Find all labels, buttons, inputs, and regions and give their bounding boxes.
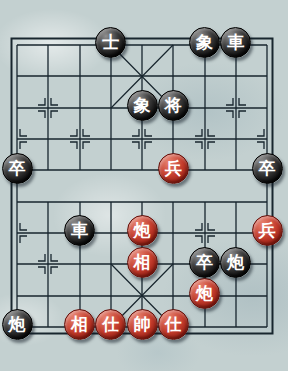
piece-red-advisor[interactable]: 仕 [158,309,189,340]
piece-black-general[interactable]: 将 [158,90,189,121]
piece-red-advisor[interactable]: 仕 [95,309,126,340]
board-point-2-9: 相 [64,311,95,342]
board-point-6-0: 象 [189,29,220,60]
piece-layer: 士象車象将卒兵卒車炮兵相卒炮炮炮相仕帥仕 [1,29,282,342]
piece-black-cannon[interactable]: 炮 [220,247,251,278]
piece-red-soldier[interactable]: 兵 [252,215,283,246]
board-point-0-4: 卒 [1,155,32,186]
board-point-5-9: 仕 [158,311,189,342]
board-point-6-7: 卒 [189,249,220,280]
board-point-3-9: 仕 [95,311,126,342]
board-point-4-9: 帥 [126,311,157,342]
piece-red-general[interactable]: 帥 [127,309,158,340]
board-point-0-9: 炮 [1,311,32,342]
piece-red-cannon[interactable]: 炮 [127,215,158,246]
board-point-2-6: 車 [64,217,95,248]
board-point-8-4: 卒 [251,155,282,186]
board-point-4-7: 相 [126,249,157,280]
xiangqi-app: 士象車象将卒兵卒車炮兵相卒炮炮炮相仕帥仕 [0,0,288,371]
board-point-4-6: 炮 [126,217,157,248]
piece-red-soldier[interactable]: 兵 [158,153,189,184]
piece-black-soldier[interactable]: 卒 [2,153,33,184]
piece-black-soldier[interactable]: 卒 [189,247,220,278]
board-point-3-0: 士 [95,29,126,60]
piece-black-soldier[interactable]: 卒 [252,153,283,184]
board-point-4-2: 象 [126,92,157,123]
piece-red-elephant[interactable]: 相 [64,309,95,340]
piece-red-cannon[interactable]: 炮 [189,278,220,309]
board-point-8-6: 兵 [251,217,282,248]
piece-black-advisor[interactable]: 士 [95,27,126,58]
board-point-7-7: 炮 [220,249,251,280]
piece-black-elephant[interactable]: 象 [189,27,220,58]
piece-red-elephant[interactable]: 相 [127,247,158,278]
board-point-5-4: 兵 [158,155,189,186]
piece-black-elephant[interactable]: 象 [127,90,158,121]
piece-black-cannon[interactable]: 炮 [2,309,33,340]
board-point-5-2: 将 [158,92,189,123]
board-point-6-8: 炮 [189,280,220,311]
board-point-7-0: 車 [220,29,251,60]
piece-black-chariot[interactable]: 車 [220,27,251,58]
piece-black-chariot[interactable]: 車 [64,215,95,246]
